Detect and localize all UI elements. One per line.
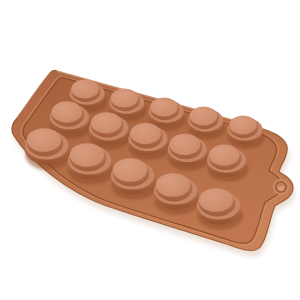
bump-surface: [111, 88, 139, 107]
bump-surface: [70, 143, 104, 167]
mold-cavity-bump: [227, 115, 264, 148]
product-photo: [0, 0, 300, 300]
bump-surface: [170, 134, 201, 155]
bump-surface: [209, 145, 240, 166]
bump-surface: [91, 112, 122, 133]
mold-illustration: [0, 0, 300, 300]
hole-inner-light: [278, 186, 284, 190]
mold-cavity-bump: [188, 106, 225, 139]
bump-surface: [156, 173, 190, 197]
bump-surface: [150, 97, 178, 116]
bump-surface: [190, 106, 218, 125]
hanging-tab-hole: [274, 180, 288, 194]
bump-surface: [199, 188, 233, 212]
bump-surface: [71, 79, 99, 98]
bump-surface: [229, 115, 257, 134]
bump-surface: [130, 123, 161, 144]
bump-surface: [52, 101, 83, 122]
bump-surface: [27, 128, 61, 152]
bump-surface: [113, 158, 147, 182]
